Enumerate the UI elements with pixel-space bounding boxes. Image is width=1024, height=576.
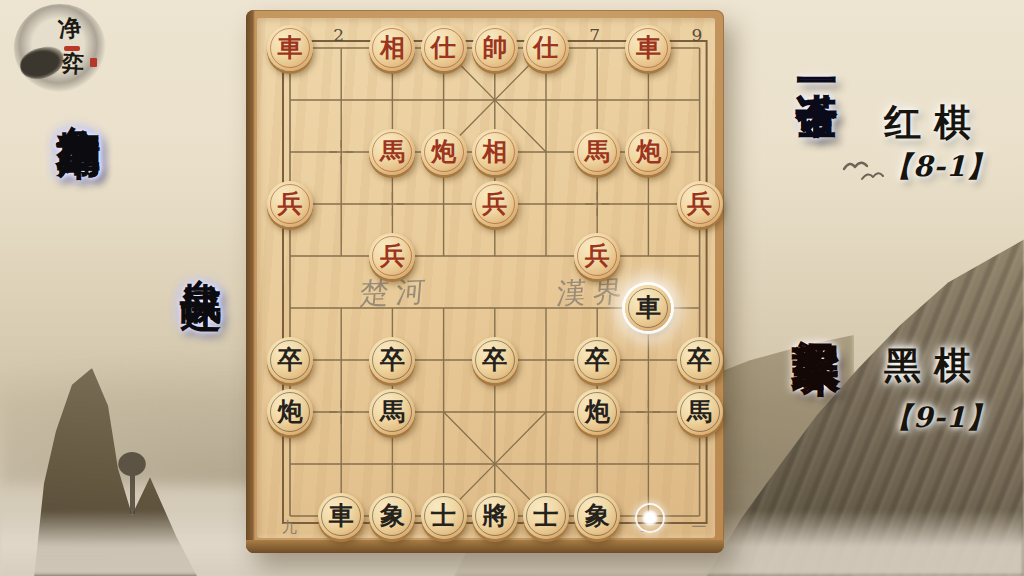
piece-black-soldier[interactable]: 卒 [267, 337, 313, 383]
piece-glyph: 象 [574, 492, 620, 538]
piece-red-general[interactable]: 帥 [472, 25, 518, 71]
piece-glyph: 車 [267, 24, 313, 70]
birds-icon [842, 155, 884, 185]
red-side-label: 红棋 [884, 98, 984, 148]
piece-glyph: 炮 [625, 128, 671, 174]
piece-black-elephant[interactable]: 象 [574, 493, 620, 539]
piece-red-soldier[interactable]: 兵 [369, 233, 415, 279]
piece-black-horse[interactable]: 馬 [369, 389, 415, 435]
piece-glyph: 卒 [472, 336, 518, 382]
tree-silhouette [112, 450, 152, 514]
piece-glyph: 士 [421, 492, 467, 538]
piece-glyph: 象 [369, 492, 415, 538]
black-player-name: 梁琛琛 [794, 303, 840, 324]
file-label-bottom-1: 九 [282, 520, 297, 535]
piece-glyph: 兵 [574, 232, 620, 278]
piece-glyph: 馬 [369, 388, 415, 434]
file-label-top-9: 9 [692, 27, 703, 44]
piece-red-soldier[interactable]: 兵 [677, 181, 723, 227]
piece-black-cannon[interactable]: 炮 [267, 389, 313, 435]
piece-red-elephant[interactable]: 相 [472, 129, 518, 175]
piece-black-soldier[interactable]: 卒 [574, 337, 620, 383]
piece-red-elephant[interactable]: 相 [369, 25, 415, 71]
piece-red-advisor[interactable]: 仕 [523, 25, 569, 71]
file-label-bottom-9: 一 [692, 520, 707, 535]
stage: 净 弈 鱼塘翻车局 自战评述 一诺千金 红棋 【8-1】 梁琛琛 黑棋 【9-1… [0, 0, 1024, 576]
piece-glyph: 帥 [472, 24, 518, 70]
file-label-top-2: 2 [333, 27, 344, 44]
piece-red-soldier[interactable]: 兵 [267, 181, 313, 227]
piece-black-general[interactable]: 將 [472, 493, 518, 539]
piece-black-chariot[interactable]: 車 [318, 493, 364, 539]
piece-glyph: 兵 [472, 180, 518, 226]
red-seal-icon [90, 58, 97, 67]
piece-red-chariot[interactable]: 車 [267, 25, 313, 71]
board-grid [246, 10, 724, 553]
piece-glyph: 相 [369, 24, 415, 70]
piece-glyph: 卒 [369, 336, 415, 382]
piece-glyph: 馬 [677, 388, 723, 434]
red-ribbon-icon [64, 46, 80, 51]
piece-red-soldier[interactable]: 兵 [574, 233, 620, 279]
logo-char-bottom: 弈 [61, 51, 84, 74]
piece-glyph: 車 [318, 492, 364, 538]
logo-char-top: 净 [57, 15, 82, 40]
piece-glyph: 兵 [369, 232, 415, 278]
piece-black-chariot[interactable]: 車 [625, 285, 671, 331]
piece-black-advisor[interactable]: 士 [523, 493, 569, 539]
piece-glyph: 卒 [677, 336, 723, 382]
series-title: 鱼塘翻车局 [57, 90, 101, 105]
piece-black-elephant[interactable]: 象 [369, 493, 415, 539]
piece-black-soldier[interactable]: 卒 [369, 337, 415, 383]
piece-red-advisor[interactable]: 仕 [421, 25, 467, 71]
xiangqi-board: 楚河 漢界 279九二一 車相仕帥仕車馬炮相馬炮兵兵兵兵兵車卒卒卒卒卒炮馬炮馬車… [246, 10, 724, 553]
piece-red-horse[interactable]: 馬 [574, 129, 620, 175]
piece-glyph: 馬 [574, 128, 620, 174]
piece-black-horse[interactable]: 馬 [677, 389, 723, 435]
piece-glyph: 卒 [267, 336, 313, 382]
piece-glyph: 炮 [421, 128, 467, 174]
piece-black-advisor[interactable]: 士 [421, 493, 467, 539]
piece-red-chariot[interactable]: 車 [625, 25, 671, 71]
piece-glyph: 車 [625, 284, 671, 330]
piece-glyph: 士 [523, 492, 569, 538]
piece-glyph: 車 [625, 24, 671, 70]
black-score: 【9-1】 [884, 399, 996, 437]
piece-glyph: 兵 [677, 180, 723, 226]
piece-glyph: 仕 [421, 24, 467, 70]
app-logo: 净 弈 [14, 4, 106, 92]
piece-glyph: 將 [472, 492, 518, 538]
red-player-name: 一诺千金 [797, 60, 837, 68]
black-side-label: 黑棋 [884, 341, 984, 391]
piece-black-soldier[interactable]: 卒 [677, 337, 723, 383]
piece-black-soldier[interactable]: 卒 [472, 337, 518, 383]
piece-red-horse[interactable]: 馬 [369, 129, 415, 175]
piece-glyph: 相 [472, 128, 518, 174]
piece-glyph: 兵 [267, 180, 313, 226]
piece-black-cannon[interactable]: 炮 [574, 389, 620, 435]
piece-red-cannon[interactable]: 炮 [421, 129, 467, 175]
file-label-top-7: 7 [589, 27, 600, 44]
piece-glyph: 炮 [574, 388, 620, 434]
piece-glyph: 卒 [574, 336, 620, 382]
piece-red-cannon[interactable]: 炮 [625, 129, 671, 175]
red-score: 【8-1】 [884, 148, 996, 186]
piece-red-soldier[interactable]: 兵 [472, 181, 518, 227]
piece-glyph: 炮 [267, 388, 313, 434]
series-subtitle: 自战评述 [180, 246, 221, 262]
piece-glyph: 馬 [369, 128, 415, 174]
piece-glyph: 仕 [523, 24, 569, 70]
